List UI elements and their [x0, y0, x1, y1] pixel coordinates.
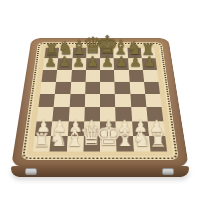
chess-board: ♜♞♝♛♚♝♞♜♟♟♟♟♟♟♟♟♟♟♟♟♟♟♟♟♜♞♝♛♚♝♞♜	[11, 38, 189, 167]
hinge-left-icon	[25, 168, 37, 175]
chess-set-photo: ♜♞♝♛♚♝♞♜♟♟♟♟♟♟♟♟♟♟♟♟♟♟♟♟♜♞♝♛♚♝♞♜	[0, 0, 200, 200]
mosaic-inlay-border	[21, 42, 179, 160]
hinge-right-icon	[162, 168, 174, 175]
